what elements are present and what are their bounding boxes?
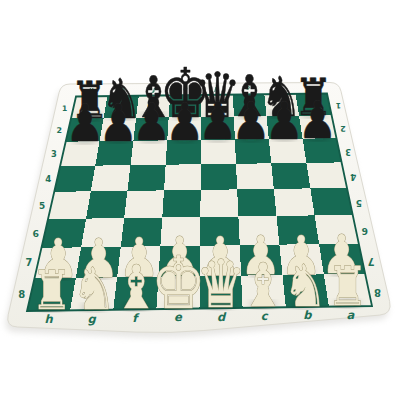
piece-white-knight-g8[interactable]: ♞: [72, 255, 116, 323]
piece-white-queen-d8[interactable]: ♛: [196, 246, 246, 323]
square-e5[interactable]: [162, 190, 200, 218]
square-a4[interactable]: [306, 162, 347, 188]
square-h4[interactable]: [54, 166, 95, 192]
square-g5[interactable]: [86, 191, 127, 219]
rank-label-left-4: 4: [45, 174, 51, 184]
chess-board: hgfedcbahgfedcba1122334455667788♜♞♝♚♛♝♞♜…: [0, 0, 400, 400]
rank-label-left-3: 3: [51, 149, 57, 159]
square-h5[interactable]: [48, 191, 91, 219]
rank-label-right-4: 4: [350, 172, 356, 182]
square-c5[interactable]: [237, 189, 276, 217]
rank-label-right-8: 8: [374, 287, 381, 298]
square-e4[interactable]: [164, 164, 201, 190]
square-f4[interactable]: [127, 165, 165, 191]
rank-label-left-2: 2: [57, 126, 63, 135]
square-f5[interactable]: [124, 190, 164, 218]
square-c4[interactable]: [236, 163, 274, 189]
piece-white-knight-b8[interactable]: ♞: [283, 252, 327, 320]
rank-label-right-2: 2: [340, 124, 346, 133]
rank-label-left-8: 8: [18, 289, 25, 300]
rank-label-right-5: 5: [356, 198, 362, 208]
piece-black-pawn-a2[interactable]: ♟: [298, 90, 337, 150]
piece-white-rook-a8[interactable]: ♜: [327, 254, 368, 318]
rank-label-right-6: 6: [361, 226, 367, 237]
square-a5[interactable]: [310, 188, 352, 216]
piece-white-rook-h8[interactable]: ♜: [31, 259, 72, 323]
photo-canvas: hgfedcbahgfedcba1122334455667788♜♞♝♚♛♝♞♜…: [0, 0, 400, 400]
square-b4[interactable]: [271, 163, 310, 189]
rank-label-left-5: 5: [39, 201, 45, 211]
rank-label-right-7: 7: [368, 256, 375, 267]
rank-label-right-3: 3: [345, 147, 351, 157]
square-b5[interactable]: [274, 188, 315, 216]
square-d4[interactable]: [201, 164, 238, 190]
square-d5[interactable]: [200, 189, 238, 217]
square-g4[interactable]: [91, 165, 131, 191]
piece-white-bishop-c8[interactable]: ♝: [240, 250, 286, 320]
